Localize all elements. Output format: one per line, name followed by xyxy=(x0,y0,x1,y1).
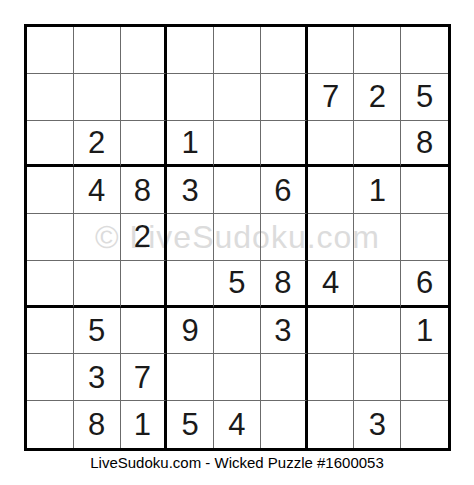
cell-r8c8[interactable] xyxy=(354,354,401,401)
cell-r3c6[interactable] xyxy=(261,121,308,168)
cell-r3c4[interactable]: 1 xyxy=(167,121,214,168)
cell-r6c9[interactable]: 6 xyxy=(401,261,448,308)
cell-r8c5[interactable] xyxy=(214,354,261,401)
cell-r5c1[interactable] xyxy=(27,214,74,261)
cell-r8c1[interactable] xyxy=(27,354,74,401)
cell-r9c9[interactable] xyxy=(401,401,448,448)
cell-r2c6[interactable] xyxy=(261,74,308,121)
cell-r4c4[interactable]: 3 xyxy=(167,167,214,214)
cell-r8c2[interactable]: 3 xyxy=(74,354,121,401)
cell-r2c2[interactable] xyxy=(74,74,121,121)
cell-r1c3[interactable] xyxy=(121,27,168,74)
cell-r5c8[interactable] xyxy=(354,214,401,261)
cell-r1c8[interactable] xyxy=(354,27,401,74)
cell-r2c4[interactable] xyxy=(167,74,214,121)
cell-r9c3[interactable]: 1 xyxy=(121,401,168,448)
cell-r5c2[interactable] xyxy=(74,214,121,261)
cell-r9c7[interactable] xyxy=(308,401,355,448)
sudoku-grid: © LiveSudoku.com 72521848361258465931378… xyxy=(24,24,451,451)
cell-r7c6[interactable]: 3 xyxy=(261,308,308,355)
cell-r5c4[interactable] xyxy=(167,214,214,261)
cell-r1c1[interactable] xyxy=(27,27,74,74)
cell-r6c3[interactable] xyxy=(121,261,168,308)
cell-r7c9[interactable]: 1 xyxy=(401,308,448,355)
cell-r3c7[interactable] xyxy=(308,121,355,168)
cell-r2c5[interactable] xyxy=(214,74,261,121)
cell-r5c3[interactable]: 2 xyxy=(121,214,168,261)
cell-r7c4[interactable]: 9 xyxy=(167,308,214,355)
cell-r5c6[interactable] xyxy=(261,214,308,261)
cell-r6c2[interactable] xyxy=(74,261,121,308)
cell-r6c4[interactable] xyxy=(167,261,214,308)
cell-r1c5[interactable] xyxy=(214,27,261,74)
cell-r6c7[interactable]: 4 xyxy=(308,261,355,308)
cell-r9c6[interactable] xyxy=(261,401,308,448)
cell-r9c8[interactable]: 3 xyxy=(354,401,401,448)
cell-r2c8[interactable]: 2 xyxy=(354,74,401,121)
cell-r7c3[interactable] xyxy=(121,308,168,355)
cell-r7c2[interactable]: 5 xyxy=(74,308,121,355)
cell-r9c2[interactable]: 8 xyxy=(74,401,121,448)
cell-r3c2[interactable]: 2 xyxy=(74,121,121,168)
cell-r4c6[interactable]: 6 xyxy=(261,167,308,214)
cell-r1c9[interactable] xyxy=(401,27,448,74)
cell-r8c9[interactable] xyxy=(401,354,448,401)
puzzle-caption: LiveSudoku.com - Wicked Puzzle #1600053 xyxy=(0,454,474,471)
cell-r5c9[interactable] xyxy=(401,214,448,261)
cell-r5c7[interactable] xyxy=(308,214,355,261)
cell-r6c8[interactable] xyxy=(354,261,401,308)
cell-r7c1[interactable] xyxy=(27,308,74,355)
cell-r3c1[interactable] xyxy=(27,121,74,168)
cell-r2c3[interactable] xyxy=(121,74,168,121)
cell-r4c7[interactable] xyxy=(308,167,355,214)
cell-r3c8[interactable] xyxy=(354,121,401,168)
cell-r1c2[interactable] xyxy=(74,27,121,74)
cell-r8c4[interactable] xyxy=(167,354,214,401)
cell-r1c7[interactable] xyxy=(308,27,355,74)
sudoku-page: © LiveSudoku.com 72521848361258465931378… xyxy=(0,0,474,485)
cell-r4c5[interactable] xyxy=(214,167,261,214)
cell-r7c7[interactable] xyxy=(308,308,355,355)
cell-r3c5[interactable] xyxy=(214,121,261,168)
cell-r9c4[interactable]: 5 xyxy=(167,401,214,448)
cell-r4c8[interactable]: 1 xyxy=(354,167,401,214)
cell-r6c1[interactable] xyxy=(27,261,74,308)
cell-r2c7[interactable]: 7 xyxy=(308,74,355,121)
cell-r1c4[interactable] xyxy=(167,27,214,74)
cell-r7c5[interactable] xyxy=(214,308,261,355)
cell-r5c5[interactable] xyxy=(214,214,261,261)
cell-r4c9[interactable] xyxy=(401,167,448,214)
cell-r4c3[interactable]: 8 xyxy=(121,167,168,214)
cell-r9c1[interactable] xyxy=(27,401,74,448)
cell-r8c3[interactable]: 7 xyxy=(121,354,168,401)
cell-r2c9[interactable]: 5 xyxy=(401,74,448,121)
cell-r8c6[interactable] xyxy=(261,354,308,401)
cell-r3c9[interactable]: 8 xyxy=(401,121,448,168)
cell-r2c1[interactable] xyxy=(27,74,74,121)
cell-r1c6[interactable] xyxy=(261,27,308,74)
cell-r8c7[interactable] xyxy=(308,354,355,401)
cell-r9c5[interactable]: 4 xyxy=(214,401,261,448)
cell-r3c3[interactable] xyxy=(121,121,168,168)
cell-r7c8[interactable] xyxy=(354,308,401,355)
cell-r6c6[interactable]: 8 xyxy=(261,261,308,308)
cell-r4c2[interactable]: 4 xyxy=(74,167,121,214)
cell-r4c1[interactable] xyxy=(27,167,74,214)
cell-r6c5[interactable]: 5 xyxy=(214,261,261,308)
